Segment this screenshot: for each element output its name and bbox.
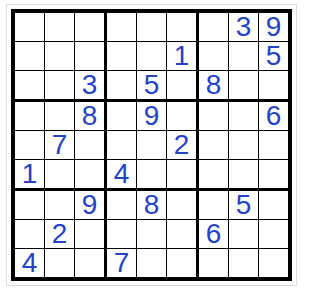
cell-r2c4[interactable] bbox=[107, 42, 137, 71]
cell-r8c6[interactable] bbox=[167, 220, 199, 249]
cell-r1c6[interactable] bbox=[167, 13, 199, 42]
cell-r5c5[interactable] bbox=[137, 131, 167, 160]
cell-r7c4[interactable] bbox=[107, 191, 137, 220]
cell-r7c2[interactable] bbox=[45, 191, 75, 220]
cell-r1c8[interactable]: 3 bbox=[229, 13, 259, 42]
cell-r3c8[interactable] bbox=[229, 71, 259, 102]
cell-r3c1[interactable] bbox=[15, 71, 45, 102]
cell-r4c5[interactable]: 9 bbox=[137, 102, 167, 131]
cell-r2c7[interactable] bbox=[199, 42, 229, 71]
cell-r5c1[interactable] bbox=[15, 131, 45, 160]
cell-r8c7[interactable]: 6 bbox=[199, 220, 229, 249]
cell-r8c1[interactable] bbox=[15, 220, 45, 249]
cell-r2c6[interactable]: 1 bbox=[167, 42, 199, 71]
cell-r9c8[interactable] bbox=[229, 249, 259, 277]
cell-r6c2[interactable] bbox=[45, 160, 75, 191]
cell-r4c6[interactable] bbox=[167, 102, 199, 131]
sudoku-board: 391535889672149852647 bbox=[11, 9, 292, 281]
cell-r4c4[interactable] bbox=[107, 102, 137, 131]
cell-r9c1[interactable]: 4 bbox=[15, 249, 45, 277]
cell-r2c3[interactable] bbox=[75, 42, 107, 71]
cell-r3c5[interactable]: 5 bbox=[137, 71, 167, 102]
cell-r6c9[interactable] bbox=[259, 160, 288, 191]
cell-r9c4[interactable]: 7 bbox=[107, 249, 137, 277]
cell-r1c9[interactable]: 9 bbox=[259, 13, 288, 42]
cell-r3c2[interactable] bbox=[45, 71, 75, 102]
cell-r1c4[interactable] bbox=[107, 13, 137, 42]
cell-r6c5[interactable] bbox=[137, 160, 167, 191]
cell-r4c9[interactable]: 6 bbox=[259, 102, 288, 131]
cell-r3c9[interactable] bbox=[259, 71, 288, 102]
cell-r5c7[interactable] bbox=[199, 131, 229, 160]
sudoku-widget: 391535889672149852647 bbox=[0, 0, 315, 308]
cell-r8c2[interactable]: 2 bbox=[45, 220, 75, 249]
cell-r9c3[interactable] bbox=[75, 249, 107, 277]
cell-r1c5[interactable] bbox=[137, 13, 167, 42]
cell-r2c9[interactable]: 5 bbox=[259, 42, 288, 71]
cell-r7c1[interactable] bbox=[15, 191, 45, 220]
cell-r9c6[interactable] bbox=[167, 249, 199, 277]
cell-r5c2[interactable]: 7 bbox=[45, 131, 75, 160]
cell-r9c2[interactable] bbox=[45, 249, 75, 277]
cell-r5c6[interactable]: 2 bbox=[167, 131, 199, 160]
cell-r8c5[interactable] bbox=[137, 220, 167, 249]
cell-r2c8[interactable] bbox=[229, 42, 259, 71]
cell-r8c8[interactable] bbox=[229, 220, 259, 249]
cell-r4c7[interactable] bbox=[199, 102, 229, 131]
cell-r8c4[interactable] bbox=[107, 220, 137, 249]
cell-r6c1[interactable]: 1 bbox=[15, 160, 45, 191]
cell-r5c8[interactable] bbox=[229, 131, 259, 160]
cell-r5c4[interactable] bbox=[107, 131, 137, 160]
cell-r6c8[interactable] bbox=[229, 160, 259, 191]
cell-r4c3[interactable]: 8 bbox=[75, 102, 107, 131]
cell-r1c7[interactable] bbox=[199, 13, 229, 42]
cell-r7c9[interactable] bbox=[259, 191, 288, 220]
cell-r7c6[interactable] bbox=[167, 191, 199, 220]
cell-r3c3[interactable]: 3 bbox=[75, 71, 107, 102]
cell-r3c4[interactable] bbox=[107, 71, 137, 102]
cell-r6c7[interactable] bbox=[199, 160, 229, 191]
cell-r4c8[interactable] bbox=[229, 102, 259, 131]
cell-r3c7[interactable]: 8 bbox=[199, 71, 229, 102]
cell-r8c9[interactable] bbox=[259, 220, 288, 249]
cell-r5c3[interactable] bbox=[75, 131, 107, 160]
cell-r7c5[interactable]: 8 bbox=[137, 191, 167, 220]
cell-r8c3[interactable] bbox=[75, 220, 107, 249]
cell-r1c1[interactable] bbox=[15, 13, 45, 42]
cell-r9c7[interactable] bbox=[199, 249, 229, 277]
cell-r6c6[interactable] bbox=[167, 160, 199, 191]
cell-r5c9[interactable] bbox=[259, 131, 288, 160]
cell-r3c6[interactable] bbox=[167, 71, 199, 102]
cell-r7c3[interactable]: 9 bbox=[75, 191, 107, 220]
board-frame: 391535889672149852647 bbox=[6, 4, 297, 286]
cell-r2c5[interactable] bbox=[137, 42, 167, 71]
cell-r6c4[interactable]: 4 bbox=[107, 160, 137, 191]
cell-r1c3[interactable] bbox=[75, 13, 107, 42]
cell-r2c2[interactable] bbox=[45, 42, 75, 71]
cell-r4c1[interactable] bbox=[15, 102, 45, 131]
cell-r7c8[interactable]: 5 bbox=[229, 191, 259, 220]
cell-r9c5[interactable] bbox=[137, 249, 167, 277]
cell-r6c3[interactable] bbox=[75, 160, 107, 191]
cell-r7c7[interactable] bbox=[199, 191, 229, 220]
cell-r4c2[interactable] bbox=[45, 102, 75, 131]
cell-r9c9[interactable] bbox=[259, 249, 288, 277]
cell-r1c2[interactable] bbox=[45, 13, 75, 42]
cell-r2c1[interactable] bbox=[15, 42, 45, 71]
